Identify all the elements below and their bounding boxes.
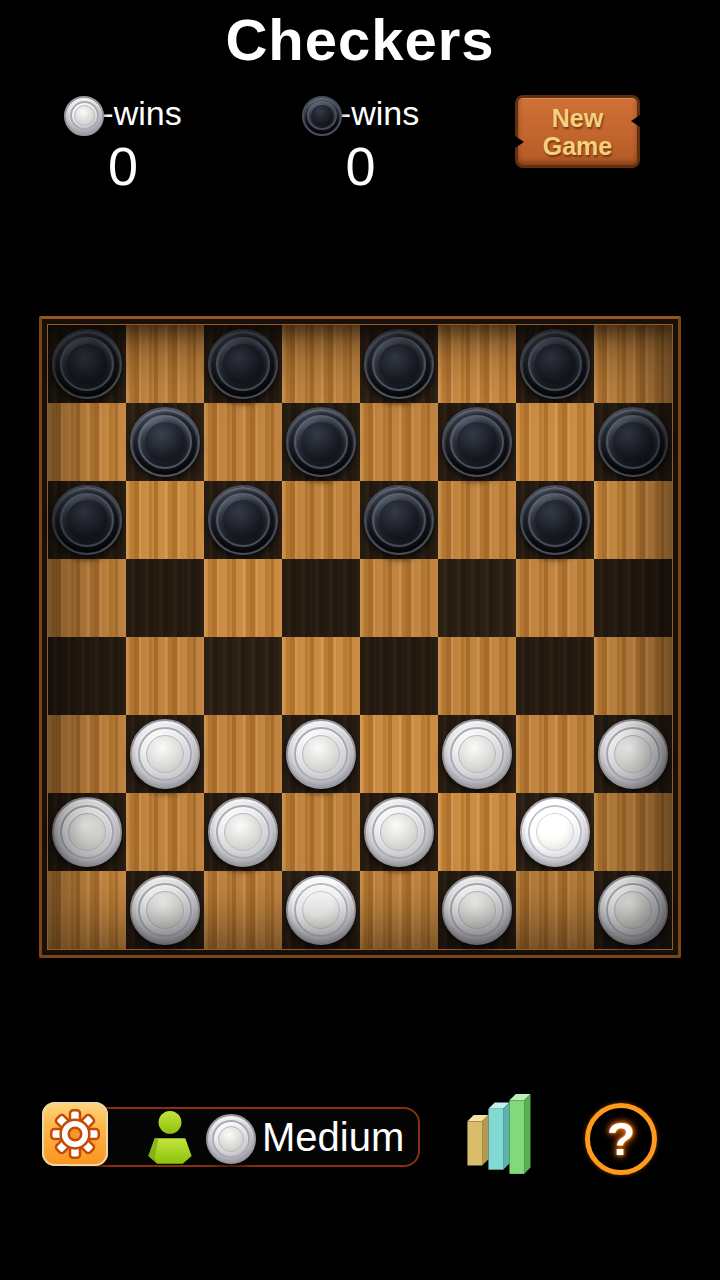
board-square[interactable]	[204, 559, 282, 637]
board-square[interactable]	[594, 715, 672, 793]
board-square[interactable]	[48, 481, 126, 559]
board-square[interactable]	[594, 481, 672, 559]
board-grid	[48, 325, 672, 949]
board-square[interactable]	[204, 325, 282, 403]
board-square[interactable]	[594, 793, 672, 871]
board-square[interactable]	[360, 715, 438, 793]
board-square[interactable]	[282, 793, 360, 871]
board-square[interactable]	[126, 793, 204, 871]
board-square[interactable]	[438, 793, 516, 871]
black-piece[interactable]	[52, 485, 122, 555]
black-piece[interactable]	[52, 329, 122, 399]
board-square[interactable]	[204, 793, 282, 871]
board-square[interactable]	[48, 715, 126, 793]
white-piece[interactable]	[598, 875, 668, 945]
board-square[interactable]	[204, 715, 282, 793]
black-wins-counter: -wins 0	[288, 94, 433, 197]
settings-button[interactable]	[42, 1102, 108, 1166]
board-square[interactable]	[438, 481, 516, 559]
board-square[interactable]	[594, 637, 672, 715]
white-piece[interactable]	[130, 719, 200, 789]
board-square[interactable]	[48, 793, 126, 871]
black-piece[interactable]	[520, 329, 590, 399]
board-square[interactable]	[282, 559, 360, 637]
board-square[interactable]	[438, 637, 516, 715]
help-button[interactable]: ?	[585, 1103, 657, 1175]
board-square[interactable]	[360, 793, 438, 871]
board-square[interactable]	[204, 871, 282, 949]
wood-notch	[631, 115, 640, 127]
black-piece[interactable]	[208, 485, 278, 555]
board-square[interactable]	[438, 559, 516, 637]
white-piece[interactable]	[286, 719, 356, 789]
board-square[interactable]	[594, 325, 672, 403]
board-square[interactable]	[516, 403, 594, 481]
board-square[interactable]	[48, 325, 126, 403]
board-square[interactable]	[516, 715, 594, 793]
board-square[interactable]	[204, 637, 282, 715]
new-game-label-line2: Game	[543, 132, 612, 160]
board-square[interactable]	[282, 325, 360, 403]
black-piece[interactable]	[364, 329, 434, 399]
difficulty-value: Medium	[262, 1115, 404, 1160]
bar-chart-icon	[464, 1094, 536, 1176]
gear-icon	[50, 1109, 100, 1159]
white-piece[interactable]	[520, 797, 590, 867]
board-square[interactable]	[594, 403, 672, 481]
board-square[interactable]	[126, 403, 204, 481]
checkers-app: Checkers -wins 0 -wins 0 New Game	[0, 0, 720, 1280]
white-wins-counter: -wins 0	[48, 94, 198, 197]
board-square[interactable]	[282, 481, 360, 559]
white-checker-icon	[206, 1114, 252, 1160]
white-piece[interactable]	[208, 797, 278, 867]
board-square[interactable]	[516, 481, 594, 559]
board-square[interactable]	[360, 637, 438, 715]
board-square[interactable]	[126, 325, 204, 403]
white-piece[interactable]	[442, 875, 512, 945]
board-square[interactable]	[516, 871, 594, 949]
white-piece[interactable]	[364, 797, 434, 867]
black-piece[interactable]	[598, 407, 668, 477]
wood-notch	[515, 136, 524, 148]
black-wins-count: 0	[345, 135, 375, 197]
board-square[interactable]	[360, 325, 438, 403]
board-square[interactable]	[48, 871, 126, 949]
black-piece[interactable]	[286, 407, 356, 477]
difficulty-selector[interactable]: Medium	[56, 1107, 420, 1167]
black-piece[interactable]	[130, 407, 200, 477]
stats-button[interactable]	[464, 1094, 536, 1176]
board-square[interactable]	[438, 871, 516, 949]
board-square[interactable]	[594, 871, 672, 949]
board-square[interactable]	[516, 325, 594, 403]
black-piece[interactable]	[520, 485, 590, 555]
board-square[interactable]	[126, 871, 204, 949]
board-square[interactable]	[516, 559, 594, 637]
board-square[interactable]	[360, 871, 438, 949]
white-piece[interactable]	[598, 719, 668, 789]
board-square[interactable]	[360, 403, 438, 481]
board-square[interactable]	[282, 871, 360, 949]
white-piece[interactable]	[286, 875, 356, 945]
black-piece[interactable]	[442, 407, 512, 477]
board-square[interactable]	[282, 637, 360, 715]
white-wins-label: -wins	[102, 94, 181, 133]
board-square[interactable]	[516, 637, 594, 715]
white-piece[interactable]	[130, 875, 200, 945]
board-square[interactable]	[126, 637, 204, 715]
question-mark-icon: ?	[607, 1116, 635, 1162]
board-square[interactable]	[48, 637, 126, 715]
white-wins-count: 0	[108, 135, 138, 197]
white-piece[interactable]	[442, 719, 512, 789]
black-checker-icon	[302, 96, 338, 132]
white-piece[interactable]	[52, 797, 122, 867]
board-square[interactable]	[438, 403, 516, 481]
board-square[interactable]	[438, 325, 516, 403]
board-square[interactable]	[48, 403, 126, 481]
board-square[interactable]	[126, 559, 204, 637]
board-square[interactable]	[594, 559, 672, 637]
black-piece[interactable]	[364, 485, 434, 555]
page-title: Checkers	[0, 6, 720, 73]
board-square[interactable]	[48, 559, 126, 637]
new-game-label-line1: New	[552, 104, 603, 132]
board-square[interactable]	[360, 481, 438, 559]
new-game-button[interactable]: New Game	[515, 95, 640, 168]
board-square[interactable]	[438, 715, 516, 793]
board-square[interactable]	[360, 559, 438, 637]
checkers-board	[39, 316, 681, 958]
board-square[interactable]	[204, 481, 282, 559]
player-icon	[144, 1109, 196, 1165]
black-wins-label: -wins	[340, 94, 419, 133]
black-piece[interactable]	[208, 329, 278, 399]
board-square[interactable]	[126, 715, 204, 793]
board-square[interactable]	[282, 403, 360, 481]
board-square[interactable]	[126, 481, 204, 559]
board-square[interactable]	[204, 403, 282, 481]
board-square[interactable]	[282, 715, 360, 793]
white-checker-icon	[64, 96, 100, 132]
board-square[interactable]	[516, 793, 594, 871]
